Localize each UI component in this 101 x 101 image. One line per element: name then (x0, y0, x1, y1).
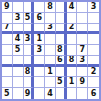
cell-r4c6[interactable] (56, 34, 67, 45)
cell-r3c4[interactable] (34, 24, 45, 35)
cell-r3c8[interactable] (77, 24, 88, 35)
cell-r2c9[interactable] (88, 13, 99, 24)
cell-r4c9[interactable] (88, 34, 99, 45)
cell-r3c7[interactable]: 2 (67, 24, 78, 35)
cell-r1c6[interactable] (56, 2, 67, 13)
cell-r7c6[interactable] (56, 67, 67, 78)
cell-r4c5[interactable] (45, 34, 56, 45)
cell-r8c5[interactable] (45, 77, 56, 88)
cell-r7c9[interactable]: 2 (88, 67, 99, 78)
cell-r8c6[interactable]: 5 (56, 77, 67, 88)
cell-r2c8[interactable] (77, 13, 88, 24)
cell-r3c5[interactable]: 3 (45, 24, 56, 35)
cell-r8c9[interactable] (88, 77, 99, 88)
cell-r2c4[interactable]: 6 (34, 13, 45, 24)
cell-r7c1[interactable] (2, 67, 13, 78)
cell-r3c2[interactable] (13, 24, 24, 35)
cell-r1c9[interactable]: 3 (88, 2, 99, 13)
cell-r9c8[interactable] (77, 88, 88, 99)
sudoku-board: 984335673243153876838125195946 (0, 0, 101, 101)
cell-r5c8[interactable]: 7 (77, 45, 88, 56)
cell-r2c2[interactable]: 3 (13, 13, 24, 24)
cell-r9c2[interactable] (13, 88, 24, 99)
cell-r7c2[interactable] (13, 67, 24, 78)
cell-r1c5[interactable]: 8 (45, 2, 56, 13)
cell-r7c5[interactable]: 1 (45, 67, 56, 78)
cell-r4c1[interactable] (2, 34, 13, 45)
cell-r5c7[interactable] (67, 45, 78, 56)
cell-r8c1[interactable] (2, 77, 13, 88)
cell-r5c1[interactable] (2, 45, 13, 56)
cell-r6c5[interactable] (45, 56, 56, 67)
cell-r6c2[interactable] (13, 56, 24, 67)
cell-r2c5[interactable] (45, 13, 56, 24)
cell-r1c2[interactable] (13, 2, 24, 13)
cell-r7c8[interactable] (77, 67, 88, 78)
cell-r9c3[interactable]: 9 (24, 88, 35, 99)
cell-r5c6[interactable]: 8 (56, 45, 67, 56)
cell-r5c2[interactable]: 5 (13, 45, 24, 56)
cell-r8c7[interactable]: 1 (67, 77, 78, 88)
cell-r2c7[interactable] (67, 13, 78, 24)
cell-r8c3[interactable] (24, 77, 35, 88)
cell-r8c4[interactable] (34, 77, 45, 88)
cell-r5c3[interactable] (24, 45, 35, 56)
cell-r4c3[interactable]: 3 (24, 34, 35, 45)
cell-r9c9[interactable]: 6 (88, 88, 99, 99)
cell-r5c9[interactable] (88, 45, 99, 56)
cell-r6c3[interactable] (24, 56, 35, 67)
cell-r8c2[interactable] (13, 77, 24, 88)
cell-r2c1[interactable] (2, 13, 13, 24)
cell-r1c8[interactable] (77, 2, 88, 13)
cell-r9c5[interactable]: 4 (45, 88, 56, 99)
cell-r8c8[interactable]: 9 (77, 77, 88, 88)
cell-r7c4[interactable] (34, 67, 45, 78)
cell-r3c1[interactable]: 7 (2, 24, 13, 35)
cell-r4c7[interactable] (67, 34, 78, 45)
cell-r2c3[interactable]: 5 (24, 13, 35, 24)
cell-r6c8[interactable]: 3 (77, 56, 88, 67)
cell-r2c6[interactable] (56, 13, 67, 24)
cell-r1c4[interactable] (34, 2, 45, 13)
cell-r4c4[interactable]: 1 (34, 34, 45, 45)
cell-r3c3[interactable] (24, 24, 35, 35)
cell-r6c1[interactable] (2, 56, 13, 67)
cell-r1c1[interactable]: 9 (2, 2, 13, 13)
cell-r4c2[interactable]: 4 (13, 34, 24, 45)
cell-r6c9[interactable] (88, 56, 99, 67)
cell-r6c4[interactable] (34, 56, 45, 67)
cell-r1c3[interactable] (24, 2, 35, 13)
cell-r5c4[interactable]: 3 (34, 45, 45, 56)
cell-r5c5[interactable] (45, 45, 56, 56)
cell-r9c4[interactable] (34, 88, 45, 99)
cell-r9c1[interactable]: 5 (2, 88, 13, 99)
cell-r1c7[interactable]: 4 (67, 2, 78, 13)
cell-r9c7[interactable] (67, 88, 78, 99)
cell-r9c6[interactable] (56, 88, 67, 99)
cell-r4c8[interactable] (77, 34, 88, 45)
cell-r7c7[interactable] (67, 67, 78, 78)
cell-r3c9[interactable] (88, 24, 99, 35)
cell-r6c7[interactable]: 8 (67, 56, 78, 67)
cell-r7c3[interactable]: 8 (24, 67, 35, 78)
cell-r3c6[interactable] (56, 24, 67, 35)
cell-r6c6[interactable]: 6 (56, 56, 67, 67)
